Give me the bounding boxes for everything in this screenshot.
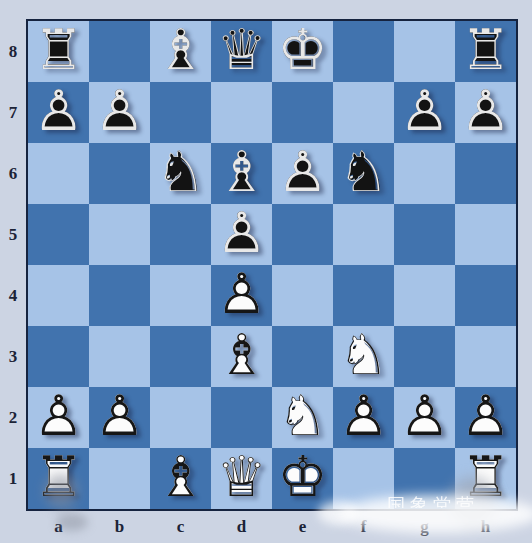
square-c6[interactable]: ♞♘ <box>150 143 211 204</box>
piece-outline-glyph: ♙ <box>460 82 510 138</box>
square-g5[interactable] <box>394 204 455 265</box>
square-b4[interactable] <box>89 265 150 326</box>
square-d4[interactable]: ♟♙ <box>211 265 272 326</box>
piece-outline-glyph: ♔ <box>277 448 327 504</box>
piece-outline-glyph: ♖ <box>33 21 83 77</box>
rank-label-5: 5 <box>0 204 26 265</box>
square-c5[interactable] <box>150 204 211 265</box>
rank-label-2: 2 <box>0 387 26 448</box>
square-f5[interactable] <box>333 204 394 265</box>
piece-fill-glyph: ♟ <box>33 387 83 443</box>
piece-fill-glyph: ♛ <box>216 448 266 504</box>
rank-label-6: 6 <box>0 143 26 204</box>
piece-black-rook[interactable]: ♜♖ <box>28 21 89 82</box>
piece-outline-glyph: ♔ <box>277 21 327 77</box>
piece-black-rook[interactable]: ♜♖ <box>455 21 516 82</box>
piece-black-pawn[interactable]: ♟♙ <box>89 82 150 143</box>
square-d1[interactable]: ♛♕ <box>211 448 272 509</box>
rank-label-4: 4 <box>0 265 26 326</box>
square-c4[interactable] <box>150 265 211 326</box>
piece-fill-glyph: ♚ <box>277 21 327 77</box>
square-g6[interactable] <box>394 143 455 204</box>
piece-fill-glyph: ♞ <box>277 387 327 443</box>
piece-white-pawn[interactable]: ♟♙ <box>455 387 516 448</box>
piece-outline-glyph: ♗ <box>155 21 205 77</box>
piece-white-pawn[interactable]: ♟♙ <box>28 387 89 448</box>
piece-fill-glyph: ♟ <box>216 265 266 321</box>
square-a6[interactable] <box>28 143 89 204</box>
rank-label-1: 1 <box>0 448 26 509</box>
square-a8[interactable]: ♜♖ <box>28 21 89 82</box>
piece-outline-glyph: ♘ <box>155 143 205 199</box>
rank-labels: 87654321 <box>0 21 26 509</box>
square-a5[interactable] <box>28 204 89 265</box>
square-b1[interactable] <box>89 448 150 509</box>
square-b7[interactable]: ♟♙ <box>89 82 150 143</box>
piece-fill-glyph: ♛ <box>216 21 266 77</box>
square-c7[interactable] <box>150 82 211 143</box>
piece-fill-glyph: ♟ <box>216 204 266 260</box>
piece-fill-glyph: ♟ <box>94 387 144 443</box>
piece-fill-glyph: ♟ <box>94 82 144 138</box>
square-d5[interactable]: ♟♙ <box>211 204 272 265</box>
piece-white-pawn[interactable]: ♟♙ <box>333 387 394 448</box>
piece-outline-glyph: ♙ <box>216 204 266 260</box>
square-e4[interactable] <box>272 265 333 326</box>
square-b5[interactable] <box>89 204 150 265</box>
piece-outline-glyph: ♘ <box>338 143 388 199</box>
file-label-b: b <box>89 511 150 543</box>
piece-fill-glyph: ♟ <box>399 387 449 443</box>
piece-outline-glyph: ♙ <box>399 82 449 138</box>
square-f6[interactable]: ♞♘ <box>333 143 394 204</box>
square-c8[interactable]: ♝♗ <box>150 21 211 82</box>
piece-outline-glyph: ♘ <box>338 326 388 382</box>
square-d7[interactable] <box>211 82 272 143</box>
file-label-d: d <box>211 511 272 543</box>
piece-outline-glyph: ♘ <box>277 387 327 443</box>
square-f4[interactable] <box>333 265 394 326</box>
watermark-smudge-a-label <box>56 513 88 531</box>
piece-outline-glyph: ♙ <box>33 387 83 443</box>
square-e3[interactable] <box>272 326 333 387</box>
piece-fill-glyph: ♝ <box>216 143 266 199</box>
piece-white-knight[interactable]: ♞♘ <box>333 326 394 387</box>
square-e2[interactable]: ♞♘ <box>272 387 333 448</box>
square-f7[interactable] <box>333 82 394 143</box>
square-a4[interactable] <box>28 265 89 326</box>
piece-black-pawn[interactable]: ♟♙ <box>455 82 516 143</box>
square-d2[interactable] <box>211 387 272 448</box>
piece-black-pawn[interactable]: ♟♙ <box>211 204 272 265</box>
piece-outline-glyph: ♙ <box>460 387 510 443</box>
square-c1[interactable]: ♝♗ <box>150 448 211 509</box>
piece-fill-glyph: ♟ <box>460 82 510 138</box>
square-g2[interactable]: ♟♙ <box>394 387 455 448</box>
piece-fill-glyph: ♞ <box>338 326 388 382</box>
square-e1[interactable]: ♚♔ <box>272 448 333 509</box>
piece-fill-glyph: ♝ <box>155 21 205 77</box>
square-c2[interactable] <box>150 387 211 448</box>
piece-black-king[interactable]: ♚♔ <box>272 21 333 82</box>
piece-black-bishop[interactable]: ♝♗ <box>150 21 211 82</box>
piece-fill-glyph: ♞ <box>155 143 205 199</box>
piece-white-pawn[interactable]: ♟♙ <box>89 387 150 448</box>
piece-white-bishop[interactable]: ♝♗ <box>150 448 211 509</box>
square-d3[interactable]: ♝♗ <box>211 326 272 387</box>
piece-fill-glyph: ♝ <box>216 326 266 382</box>
square-h3[interactable] <box>455 326 516 387</box>
piece-outline-glyph: ♙ <box>94 387 144 443</box>
piece-white-bishop[interactable]: ♝♗ <box>211 326 272 387</box>
file-label-c: c <box>150 511 211 543</box>
square-g8[interactable] <box>394 21 455 82</box>
square-e6[interactable]: ♟♙ <box>272 143 333 204</box>
square-h8[interactable]: ♜♖ <box>455 21 516 82</box>
piece-fill-glyph: ♜ <box>460 21 510 77</box>
piece-black-knight[interactable]: ♞♘ <box>150 143 211 204</box>
square-d6[interactable]: ♝♗ <box>211 143 272 204</box>
piece-fill-glyph: ♝ <box>155 448 205 504</box>
piece-black-pawn[interactable]: ♟♙ <box>28 82 89 143</box>
piece-black-pawn[interactable]: ♟♙ <box>394 82 455 143</box>
piece-fill-glyph: ♟ <box>33 82 83 138</box>
chess-board-diagram: 87654321 ♜♖♝♗♛♕♚♔♜♖♟♙♟♙♟♙♟♙♞♘♝♗♟♙♞♘♟♙♟♙♝… <box>0 0 532 543</box>
piece-outline-glyph: ♗ <box>155 448 205 504</box>
square-h2[interactable]: ♟♙ <box>455 387 516 448</box>
square-d8[interactable]: ♛♕ <box>211 21 272 82</box>
square-a3[interactable] <box>28 326 89 387</box>
square-h4[interactable] <box>455 265 516 326</box>
piece-outline-glyph: ♕ <box>216 448 266 504</box>
square-g3[interactable] <box>394 326 455 387</box>
square-b6[interactable] <box>89 143 150 204</box>
watermark-smudge-a1 <box>44 474 78 508</box>
square-f3[interactable]: ♞♘ <box>333 326 394 387</box>
piece-fill-glyph: ♟ <box>277 143 327 199</box>
square-f2[interactable]: ♟♙ <box>333 387 394 448</box>
square-c3[interactable] <box>150 326 211 387</box>
square-a2[interactable]: ♟♙ <box>28 387 89 448</box>
piece-fill-glyph: ♟ <box>399 82 449 138</box>
piece-fill-glyph: ♚ <box>277 448 327 504</box>
piece-white-pawn[interactable]: ♟♙ <box>394 387 455 448</box>
square-b8[interactable] <box>89 21 150 82</box>
rank-label-7: 7 <box>0 82 26 143</box>
square-h6[interactable] <box>455 143 516 204</box>
square-e8[interactable]: ♚♔ <box>272 21 333 82</box>
piece-white-pawn[interactable]: ♟♙ <box>211 265 272 326</box>
piece-fill-glyph: ♜ <box>33 21 83 77</box>
piece-outline-glyph: ♙ <box>33 82 83 138</box>
square-f8[interactable] <box>333 21 394 82</box>
board: ♜♖♝♗♛♕♚♔♜♖♟♙♟♙♟♙♟♙♞♘♝♗♟♙♞♘♟♙♟♙♝♗♞♘♟♙♟♙♞♘… <box>26 19 518 511</box>
piece-white-king[interactable]: ♚♔ <box>272 448 333 509</box>
rank-label-8: 8 <box>0 21 26 82</box>
square-b3[interactable] <box>89 326 150 387</box>
square-e5[interactable] <box>272 204 333 265</box>
square-e7[interactable] <box>272 82 333 143</box>
piece-fill-glyph: ♟ <box>460 387 510 443</box>
watermark-text: 国象堂营 <box>387 494 517 508</box>
piece-black-bishop[interactable]: ♝♗ <box>211 143 272 204</box>
piece-black-queen[interactable]: ♛♕ <box>211 21 272 82</box>
piece-fill-glyph: ♟ <box>338 387 388 443</box>
square-b2[interactable]: ♟♙ <box>89 387 150 448</box>
piece-outline-glyph: ♕ <box>216 21 266 77</box>
piece-black-knight[interactable]: ♞♘ <box>333 143 394 204</box>
piece-white-knight[interactable]: ♞♘ <box>272 387 333 448</box>
piece-outline-glyph: ♙ <box>94 82 144 138</box>
piece-outline-glyph: ♗ <box>216 143 266 199</box>
square-h5[interactable] <box>455 204 516 265</box>
square-g7[interactable]: ♟♙ <box>394 82 455 143</box>
piece-outline-glyph: ♙ <box>338 387 388 443</box>
square-a7[interactable]: ♟♙ <box>28 82 89 143</box>
square-g4[interactable] <box>394 265 455 326</box>
piece-outline-glyph: ♗ <box>216 326 266 382</box>
rank-label-3: 3 <box>0 326 26 387</box>
piece-white-queen[interactable]: ♛♕ <box>211 448 272 509</box>
piece-outline-glyph: ♙ <box>216 265 266 321</box>
piece-fill-glyph: ♞ <box>338 143 388 199</box>
square-h7[interactable]: ♟♙ <box>455 82 516 143</box>
piece-outline-glyph: ♙ <box>399 387 449 443</box>
piece-black-pawn[interactable]: ♟♙ <box>272 143 333 204</box>
piece-outline-glyph: ♖ <box>460 21 510 77</box>
piece-outline-glyph: ♙ <box>277 143 327 199</box>
